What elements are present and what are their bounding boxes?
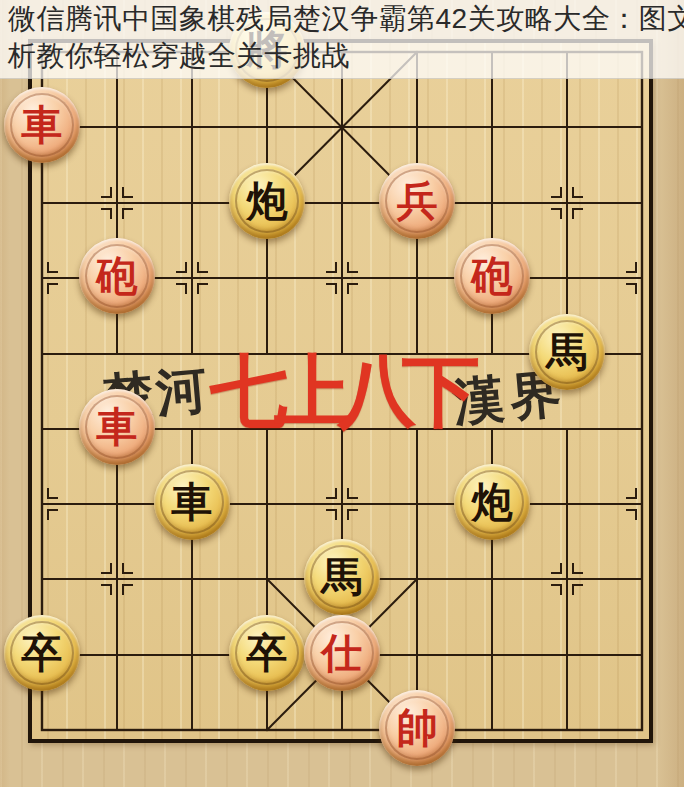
- piece-black-cannon-1[interactable]: 炮: [229, 163, 305, 239]
- piece-black-chariot[interactable]: 車: [154, 464, 230, 540]
- piece-red-advisor[interactable]: 仕: [304, 615, 380, 691]
- piece-red-soldier[interactable]: 兵: [379, 163, 455, 239]
- piece-red-general[interactable]: 帥: [379, 690, 455, 766]
- piece-black-soldier-2[interactable]: 卒: [229, 615, 305, 691]
- title-line-2: 析教你轻松穿越全关卡挑战: [0, 37, 684, 74]
- piece-red-chariot-1[interactable]: 車: [4, 87, 80, 163]
- pieces-layer: 將車炮兵砲砲馬車車炮馬卒卒仕帥: [0, 0, 684, 787]
- title-line-1: 微信腾讯中国象棋残局楚汉争霸第42关攻略大全：图文解: [0, 0, 684, 37]
- piece-black-soldier-1[interactable]: 卒: [4, 615, 80, 691]
- piece-red-chariot-2[interactable]: 車: [79, 389, 155, 465]
- piece-red-cannon-2[interactable]: 砲: [454, 238, 530, 314]
- piece-black-horse-1[interactable]: 馬: [529, 314, 605, 390]
- piece-red-cannon-1[interactable]: 砲: [79, 238, 155, 314]
- piece-black-cannon-2[interactable]: 炮: [454, 464, 530, 540]
- page: 楚河 漢界 七上八下 將車炮兵砲砲馬車車炮馬卒卒仕帥 微信腾讯中国象棋残局楚汉争…: [0, 0, 684, 787]
- piece-black-horse-2[interactable]: 馬: [304, 539, 380, 615]
- title-banner: 微信腾讯中国象棋残局楚汉争霸第42关攻略大全：图文解 析教你轻松穿越全关卡挑战: [0, 0, 684, 79]
